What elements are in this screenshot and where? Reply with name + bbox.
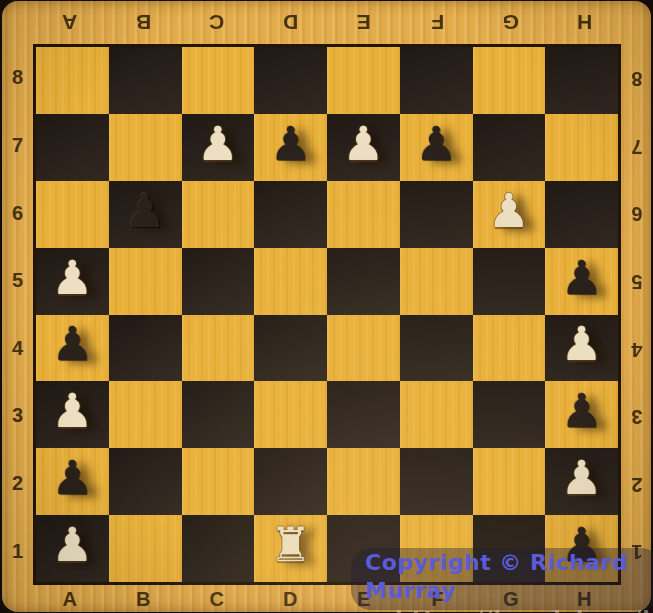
square-b6[interactable]: ♟ (109, 181, 182, 248)
black-pawn[interactable]: ♟ (561, 387, 603, 434)
rank-label-left-1: 1 (2, 517, 33, 585)
square-d7[interactable]: ♟ (254, 114, 327, 181)
square-d3[interactable] (254, 381, 327, 448)
square-c2[interactable] (182, 448, 255, 515)
copyright-watermark: Copyright © Richard Murray https://heyri… (351, 548, 653, 610)
square-e6[interactable] (327, 181, 400, 248)
square-a5[interactable]: ♟ (36, 248, 109, 315)
square-g5[interactable] (473, 248, 546, 315)
square-e4[interactable] (327, 315, 400, 382)
file-label-top-b: B (107, 1, 181, 44)
copyright-url: https://heyrick.eu/blog/ (365, 605, 653, 613)
square-g4[interactable] (473, 315, 546, 382)
square-b4[interactable] (109, 315, 182, 382)
board-photo: ABCDEFGH ABCDEFGH 87654321 87654321 ♟♟♟♟… (0, 0, 653, 613)
square-f7[interactable]: ♟ (400, 114, 473, 181)
file-label-bottom-c: C (180, 585, 254, 613)
rank-label-left-3: 3 (2, 382, 33, 450)
square-f5[interactable] (400, 248, 473, 315)
file-label-bottom-d: D (254, 585, 328, 613)
square-e8[interactable] (327, 47, 400, 114)
square-g8[interactable] (473, 47, 546, 114)
board-grid: ♟♟♟♟♟♟♟♟♟♟♟♟♟♟♟♜♟ (33, 44, 621, 585)
square-h6[interactable] (545, 181, 618, 248)
file-label-top-f: F (401, 1, 475, 44)
square-e3[interactable] (327, 381, 400, 448)
square-g3[interactable] (473, 381, 546, 448)
white-pawn[interactable]: ♟ (51, 521, 93, 568)
square-a6[interactable] (36, 181, 109, 248)
file-labels-top: ABCDEFGH (33, 1, 621, 44)
square-a4[interactable]: ♟ (36, 315, 109, 382)
square-h4[interactable]: ♟ (545, 315, 618, 382)
square-c6[interactable] (182, 181, 255, 248)
rank-label-left-5: 5 (2, 247, 33, 315)
square-f6[interactable] (400, 181, 473, 248)
black-pawn[interactable]: ♟ (51, 454, 93, 501)
file-label-top-h: H (548, 1, 622, 44)
white-pawn[interactable]: ♟ (51, 387, 93, 434)
rank-label-right-8: 8 (621, 44, 653, 112)
black-pawn[interactable]: ♟ (51, 320, 93, 367)
square-g2[interactable] (473, 448, 546, 515)
square-a7[interactable] (36, 114, 109, 181)
square-h2[interactable]: ♟ (545, 448, 618, 515)
square-h5[interactable]: ♟ (545, 248, 618, 315)
square-h7[interactable] (545, 114, 618, 181)
white-pawn[interactable]: ♟ (197, 120, 239, 167)
rank-label-left-6: 6 (2, 179, 33, 247)
black-pawn[interactable]: ♟ (415, 120, 457, 167)
square-a8[interactable] (36, 47, 109, 114)
rank-label-right-6: 6 (621, 179, 653, 247)
square-b5[interactable] (109, 248, 182, 315)
rank-label-left-8: 8 (2, 44, 33, 112)
black-pawn[interactable]: ♟ (561, 254, 603, 301)
square-a2[interactable]: ♟ (36, 448, 109, 515)
rank-label-right-4: 4 (621, 315, 653, 383)
rank-label-right-2: 2 (621, 450, 653, 518)
white-rook[interactable]: ♜ (270, 521, 312, 568)
black-pawn[interactable]: ♟ (270, 120, 312, 167)
square-c3[interactable] (182, 381, 255, 448)
square-a3[interactable]: ♟ (36, 381, 109, 448)
square-b2[interactable] (109, 448, 182, 515)
square-f3[interactable] (400, 381, 473, 448)
chess-board: ABCDEFGH ABCDEFGH 87654321 87654321 ♟♟♟♟… (2, 1, 651, 612)
square-b8[interactable] (109, 47, 182, 114)
file-label-top-g: G (474, 1, 548, 44)
rank-label-right-3: 3 (621, 382, 653, 450)
square-f2[interactable] (400, 448, 473, 515)
file-label-bottom-a: A (33, 585, 107, 613)
file-label-bottom-b: B (107, 585, 181, 613)
square-f4[interactable] (400, 315, 473, 382)
square-h3[interactable]: ♟ (545, 381, 618, 448)
square-e5[interactable] (327, 248, 400, 315)
square-c1[interactable] (182, 515, 255, 582)
rank-label-right-7: 7 (621, 112, 653, 180)
file-label-top-a: A (33, 1, 107, 44)
file-label-top-c: C (180, 1, 254, 44)
square-b7[interactable] (109, 114, 182, 181)
square-e7[interactable]: ♟ (327, 114, 400, 181)
file-label-top-e: E (327, 1, 401, 44)
rank-labels-left: 87654321 (2, 44, 33, 585)
square-c8[interactable] (182, 47, 255, 114)
square-d2[interactable] (254, 448, 327, 515)
square-b1[interactable] (109, 515, 182, 582)
file-label-top-d: D (254, 1, 328, 44)
square-c7[interactable]: ♟ (182, 114, 255, 181)
white-pawn[interactable]: ♟ (561, 454, 603, 501)
rank-label-right-5: 5 (621, 247, 653, 315)
square-g7[interactable] (473, 114, 546, 181)
rank-label-left-7: 7 (2, 112, 33, 180)
square-d6[interactable] (254, 181, 327, 248)
square-a1[interactable]: ♟ (36, 515, 109, 582)
square-d1[interactable]: ♜ (254, 515, 327, 582)
black-pawn[interactable]: ♟ (124, 187, 166, 234)
square-h8[interactable] (545, 47, 618, 114)
square-g6[interactable]: ♟ (473, 181, 546, 248)
copyright-text: Copyright © Richard Murray (365, 549, 653, 605)
square-c4[interactable] (182, 315, 255, 382)
square-e2[interactable] (327, 448, 400, 515)
white-pawn[interactable]: ♟ (561, 320, 603, 367)
rank-label-left-4: 4 (2, 315, 33, 383)
rank-labels-right: 87654321 (621, 44, 653, 585)
white-pawn[interactable]: ♟ (51, 254, 93, 301)
rank-label-left-2: 2 (2, 450, 33, 518)
square-d4[interactable] (254, 315, 327, 382)
white-pawn[interactable]: ♟ (488, 187, 530, 234)
square-d5[interactable] (254, 248, 327, 315)
square-b3[interactable] (109, 381, 182, 448)
white-pawn[interactable]: ♟ (342, 120, 384, 167)
square-d8[interactable] (254, 47, 327, 114)
square-c5[interactable] (182, 248, 255, 315)
square-f8[interactable] (400, 47, 473, 114)
